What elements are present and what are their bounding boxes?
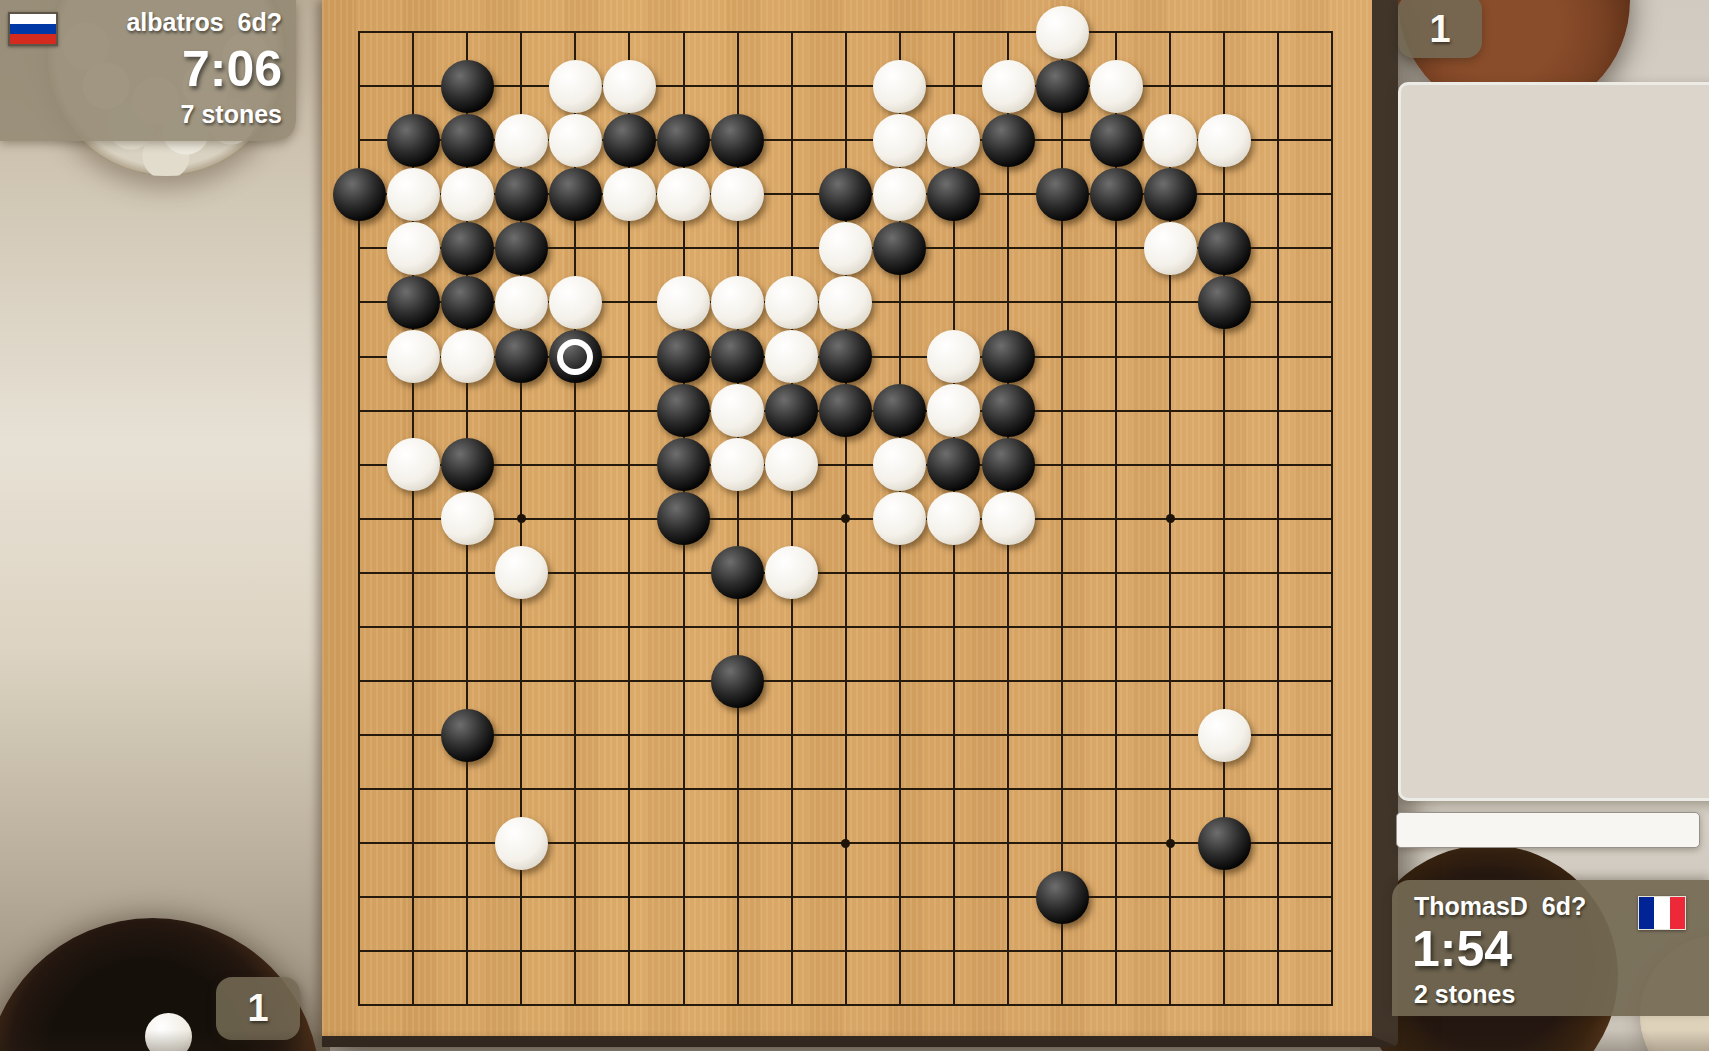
stone-white: [819, 222, 872, 275]
stone-white: [1144, 114, 1197, 167]
chat-input[interactable]: [1396, 812, 1700, 848]
stone-black: [982, 330, 1035, 383]
player-clock: 7:06: [182, 40, 282, 98]
grid-line: [358, 734, 1333, 736]
star-point: [1166, 839, 1175, 848]
stone-white: [873, 492, 926, 545]
stone-white: [387, 438, 440, 491]
grid-line: [1331, 31, 1333, 1006]
stone-white: [495, 546, 548, 599]
stone-white: [927, 114, 980, 167]
stone-white: [873, 438, 926, 491]
game-window: albatros 6d? 7:06 7 stones ThomasD 6d? 1…: [0, 0, 1709, 1051]
stone-white: [495, 817, 548, 870]
stone-black: [1198, 817, 1251, 870]
flag-russia-icon: [8, 12, 58, 46]
stone-black: [711, 546, 764, 599]
stone-black: [1090, 168, 1143, 221]
stone-black: [441, 114, 494, 167]
stone-white: [927, 384, 980, 437]
stone-white: [549, 276, 602, 329]
stone-black: [657, 384, 710, 437]
stone-white: [387, 168, 440, 221]
stone-black: [1090, 114, 1143, 167]
stone-black-last-move: [549, 330, 602, 383]
stone-white: [873, 168, 926, 221]
stone-black: [657, 492, 710, 545]
info-panel: [1398, 82, 1709, 801]
stone-black: [441, 276, 494, 329]
grid-line: [1277, 31, 1279, 1006]
stone-white: [927, 330, 980, 383]
grid-line: [358, 680, 1333, 682]
stone-black: [441, 438, 494, 491]
stone-black: [333, 168, 386, 221]
stone-black: [1036, 168, 1089, 221]
stone-black: [1036, 871, 1089, 924]
stone-black: [657, 114, 710, 167]
stone-black: [657, 438, 710, 491]
stone-black: [495, 222, 548, 275]
stone-white: [982, 60, 1035, 113]
player-panel-white: albatros 6d? 7:06 7 stones: [0, 0, 296, 141]
stone-white: [819, 276, 872, 329]
stone-black: [711, 114, 764, 167]
capture-count-badge: 1: [1398, 0, 1482, 58]
star-point: [841, 514, 850, 523]
stone-white: [927, 492, 980, 545]
stone-black: [819, 384, 872, 437]
stone-black: [1198, 222, 1251, 275]
stone-black: [495, 168, 548, 221]
stone-black: [657, 330, 710, 383]
star-point: [517, 514, 526, 523]
stone-black: [765, 384, 818, 437]
player-panel-black: ThomasD 6d? 1:54 2 stones: [1392, 880, 1709, 1016]
stone-white: [1036, 6, 1089, 59]
stone-black: [982, 438, 1035, 491]
star-point: [1166, 514, 1175, 523]
grid-line: [358, 788, 1333, 790]
grid-line: [358, 1004, 1333, 1006]
stone-white: [1144, 222, 1197, 275]
player-name-rank: albatros 6d?: [126, 8, 282, 37]
stone-white: [387, 330, 440, 383]
stone-black: [441, 709, 494, 762]
stone-white: [711, 384, 764, 437]
star-point: [841, 839, 850, 848]
stone-black: [441, 60, 494, 113]
stone-black: [1144, 168, 1197, 221]
stone-black: [711, 330, 764, 383]
stone-black: [927, 438, 980, 491]
stone-black: [982, 384, 1035, 437]
stone-white: [657, 276, 710, 329]
stone-white: [441, 492, 494, 545]
stone-white: [1198, 114, 1251, 167]
stone-black: [927, 168, 980, 221]
stone-black: [387, 276, 440, 329]
stone-white: [1198, 709, 1251, 762]
grid-line: [358, 950, 1333, 952]
stone-white: [387, 222, 440, 275]
grid-line: [358, 626, 1333, 628]
player-clock: 1:54: [1412, 920, 1512, 978]
stone-white: [711, 438, 764, 491]
stone-black: [819, 168, 872, 221]
flag-france-icon: [1638, 896, 1686, 930]
stone-black: [873, 384, 926, 437]
player-name-rank: ThomasD 6d?: [1414, 892, 1586, 921]
stone-white: [765, 276, 818, 329]
stone-black: [495, 330, 548, 383]
stone-black: [603, 114, 656, 167]
stone-white: [982, 492, 1035, 545]
stone-white: [711, 276, 764, 329]
stone-black: [1036, 60, 1089, 113]
stone-black: [387, 114, 440, 167]
stone-black: [873, 222, 926, 275]
stone-black: [711, 655, 764, 708]
stone-white: [603, 168, 656, 221]
stone-white: [711, 168, 764, 221]
stone-white: [495, 276, 548, 329]
table-shadow: [0, 1030, 1709, 1051]
stone-white: [549, 60, 602, 113]
stone-white: [657, 168, 710, 221]
stone-black: [549, 168, 602, 221]
stone-white: [765, 546, 818, 599]
player-stones-label: 7 stones: [181, 100, 282, 129]
stone-white: [873, 60, 926, 113]
stone-white: [441, 330, 494, 383]
stone-white: [603, 60, 656, 113]
stone-black: [982, 114, 1035, 167]
go-board[interactable]: [322, 0, 1398, 1047]
stone-white: [873, 114, 926, 167]
stone-white: [549, 114, 602, 167]
stone-black: [819, 330, 872, 383]
player-stones-label: 2 stones: [1414, 980, 1515, 1009]
stone-white: [495, 114, 548, 167]
grid-line: [358, 896, 1333, 898]
stone-black: [1198, 276, 1251, 329]
stone-white: [765, 438, 818, 491]
stone-white: [765, 330, 818, 383]
stone-black: [441, 222, 494, 275]
stone-white: [1090, 60, 1143, 113]
stone-white: [441, 168, 494, 221]
